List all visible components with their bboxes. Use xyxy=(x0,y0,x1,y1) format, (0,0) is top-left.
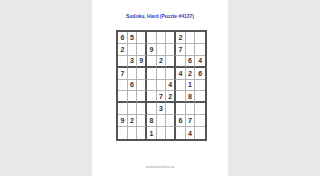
cell-r5c7[interactable] xyxy=(176,80,186,92)
cell-r1c1[interactable]: 6 xyxy=(118,32,128,44)
cell-r2c1[interactable]: 2 xyxy=(118,44,128,56)
cell-r5c3[interactable] xyxy=(137,80,147,92)
cell-r1c7[interactable]: 2 xyxy=(176,32,186,44)
cell-r7c2[interactable] xyxy=(128,103,138,115)
cell-r9c3[interactable] xyxy=(137,127,147,139)
sudoku-grid: 65229739264742664172839286714 xyxy=(116,30,207,141)
cell-r7c4[interactable] xyxy=(147,103,157,115)
cell-r4c3[interactable] xyxy=(137,68,147,80)
cell-r3c8[interactable]: 6 xyxy=(186,56,196,68)
cell-r5c5[interactable] xyxy=(157,80,167,92)
cell-r8c8[interactable]: 7 xyxy=(186,115,196,127)
cell-r1c6[interactable] xyxy=(166,32,176,44)
cell-r3c9[interactable]: 4 xyxy=(195,56,205,68)
cell-r8c9[interactable] xyxy=(195,115,205,127)
cell-r6c4[interactable] xyxy=(147,91,157,103)
cell-r9c2[interactable] xyxy=(128,127,138,139)
cell-r7c9[interactable] xyxy=(195,103,205,115)
cell-r7c6[interactable] xyxy=(166,103,176,115)
cell-r3c4[interactable] xyxy=(147,56,157,68)
cell-r6c9[interactable] xyxy=(195,91,205,103)
cell-r2c9[interactable] xyxy=(195,44,205,56)
cell-r6c2[interactable] xyxy=(128,91,138,103)
cell-r5c2[interactable]: 6 xyxy=(128,80,138,92)
cell-r6c1[interactable] xyxy=(118,91,128,103)
cell-r2c7[interactable]: 7 xyxy=(176,44,186,56)
page-title: Sudoku, Hard (Puzzle #4137) xyxy=(92,13,228,19)
cell-r4c6[interactable] xyxy=(166,68,176,80)
cell-r8c6[interactable] xyxy=(166,115,176,127)
cell-r7c3[interactable] xyxy=(137,103,147,115)
cell-r5c6[interactable]: 4 xyxy=(166,80,176,92)
cell-r7c5[interactable]: 3 xyxy=(157,103,167,115)
cell-r7c7[interactable] xyxy=(176,103,186,115)
cell-r5c9[interactable] xyxy=(195,80,205,92)
cell-r3c6[interactable] xyxy=(166,56,176,68)
cell-r8c7[interactable]: 6 xyxy=(176,115,186,127)
cell-r5c8[interactable]: 1 xyxy=(186,80,196,92)
cell-r3c1[interactable] xyxy=(118,56,128,68)
cell-r9c9[interactable] xyxy=(195,127,205,139)
cell-r1c8[interactable] xyxy=(186,32,196,44)
cell-r7c8[interactable] xyxy=(186,103,196,115)
cell-r4c8[interactable]: 2 xyxy=(186,68,196,80)
cell-r1c5[interactable] xyxy=(157,32,167,44)
cell-r9c6[interactable] xyxy=(166,127,176,139)
cell-r4c2[interactable] xyxy=(128,68,138,80)
footer-url: www.puzzles.ca xyxy=(92,164,228,169)
cell-r9c1[interactable] xyxy=(118,127,128,139)
cell-r6c6[interactable]: 2 xyxy=(166,91,176,103)
cell-r9c8[interactable]: 4 xyxy=(186,127,196,139)
cell-r7c1[interactable] xyxy=(118,103,128,115)
cell-r5c1[interactable] xyxy=(118,80,128,92)
cell-r8c4[interactable]: 8 xyxy=(147,115,157,127)
cell-r3c7[interactable] xyxy=(176,56,186,68)
cell-r4c4[interactable] xyxy=(147,68,157,80)
cell-r5c4[interactable] xyxy=(147,80,157,92)
cell-r4c1[interactable]: 7 xyxy=(118,68,128,80)
cell-r9c4[interactable]: 1 xyxy=(147,127,157,139)
cell-r8c2[interactable]: 2 xyxy=(128,115,138,127)
cell-r1c3[interactable] xyxy=(137,32,147,44)
cell-r6c8[interactable]: 8 xyxy=(186,91,196,103)
cell-r8c3[interactable] xyxy=(137,115,147,127)
cell-r9c5[interactable] xyxy=(157,127,167,139)
cell-r4c5[interactable] xyxy=(157,68,167,80)
cell-r2c4[interactable]: 9 xyxy=(147,44,157,56)
cell-r1c9[interactable] xyxy=(195,32,205,44)
cell-r2c2[interactable] xyxy=(128,44,138,56)
cell-r4c9[interactable]: 6 xyxy=(195,68,205,80)
cell-r1c4[interactable] xyxy=(147,32,157,44)
cell-r3c2[interactable]: 3 xyxy=(128,56,138,68)
cell-r2c6[interactable] xyxy=(166,44,176,56)
cell-r9c7[interactable] xyxy=(176,127,186,139)
cell-r2c3[interactable] xyxy=(137,44,147,56)
cell-r8c1[interactable]: 9 xyxy=(118,115,128,127)
cell-r3c5[interactable]: 2 xyxy=(157,56,167,68)
cell-r3c3[interactable]: 9 xyxy=(137,56,147,68)
cell-r1c2[interactable]: 5 xyxy=(128,32,138,44)
cell-r6c7[interactable] xyxy=(176,91,186,103)
cell-r6c5[interactable]: 7 xyxy=(157,91,167,103)
cell-r8c5[interactable] xyxy=(157,115,167,127)
printable-sudoku-page: Sudoku, Hard (Puzzle #4137) 652297392647… xyxy=(92,0,228,176)
cell-r6c3[interactable] xyxy=(137,91,147,103)
cell-r2c8[interactable] xyxy=(186,44,196,56)
cell-r2c5[interactable] xyxy=(157,44,167,56)
cell-r4c7[interactable]: 4 xyxy=(176,68,186,80)
